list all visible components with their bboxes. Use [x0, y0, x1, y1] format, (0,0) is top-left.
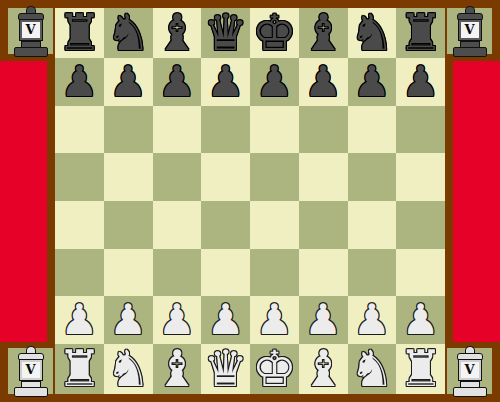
- square-h2[interactable]: ♟: [396, 296, 445, 344]
- square-h5[interactable]: [396, 153, 445, 201]
- piece-black-pawn[interactable]: ♟: [61, 61, 99, 103]
- square-h6[interactable]: [396, 106, 445, 154]
- square-d2[interactable]: ♟: [201, 296, 250, 344]
- square-c3[interactable]: [153, 249, 202, 297]
- square-d8[interactable]: ♛: [201, 8, 250, 58]
- corner-square-top-right[interactable]: V: [447, 8, 492, 54]
- square-a4[interactable]: [55, 201, 104, 249]
- square-a3[interactable]: [55, 249, 104, 297]
- square-d3[interactable]: [201, 249, 250, 297]
- square-e6[interactable]: [250, 106, 299, 154]
- board-frame: ♜♞♝♛♚♝♞♜♟♟♟♟♟♟♟♟♟♟♟♟♟♟♟♟♜♞♝♛♚♝♞♜ V V V V: [0, 0, 500, 402]
- square-b3[interactable]: [104, 249, 153, 297]
- square-d5[interactable]: [201, 153, 250, 201]
- piece-white-knight[interactable]: ♞: [349, 344, 394, 394]
- vizier-base2: [14, 387, 48, 397]
- square-h7[interactable]: ♟: [396, 58, 445, 106]
- square-e4[interactable]: [250, 201, 299, 249]
- square-g7[interactable]: ♟: [348, 58, 397, 106]
- square-b2[interactable]: ♟: [104, 296, 153, 344]
- square-b4[interactable]: [104, 201, 153, 249]
- square-g8[interactable]: ♞: [348, 8, 397, 58]
- square-c4[interactable]: [153, 201, 202, 249]
- piece-black-pawn[interactable]: ♟: [109, 61, 147, 103]
- square-a8[interactable]: ♜: [55, 8, 104, 58]
- square-e3[interactable]: [250, 249, 299, 297]
- square-e7[interactable]: ♟: [250, 58, 299, 106]
- vizier-letter: V: [464, 23, 474, 36]
- square-f3[interactable]: [299, 249, 348, 297]
- piece-white-knight[interactable]: ♞: [106, 344, 151, 394]
- vizier-window: V: [20, 20, 42, 40]
- red-panel-right: [453, 61, 500, 342]
- piece-white-vizier[interactable]: V: [12, 346, 50, 397]
- piece-white-pawn[interactable]: ♟: [109, 299, 147, 341]
- piece-black-knight[interactable]: ♞: [349, 8, 394, 58]
- square-g5[interactable]: [348, 153, 397, 201]
- square-b5[interactable]: [104, 153, 153, 201]
- square-a6[interactable]: [55, 106, 104, 154]
- corner-square-bottom-left[interactable]: V: [8, 348, 53, 394]
- corner-square-top-left[interactable]: V: [8, 8, 53, 54]
- square-d7[interactable]: ♟: [201, 58, 250, 106]
- piece-white-pawn[interactable]: ♟: [353, 299, 391, 341]
- piece-white-king[interactable]: ♚: [252, 344, 297, 394]
- square-f8[interactable]: ♝: [299, 8, 348, 58]
- square-f2[interactable]: ♟: [299, 296, 348, 344]
- square-e5[interactable]: [250, 153, 299, 201]
- piece-white-pawn[interactable]: ♟: [256, 299, 294, 341]
- square-h4[interactable]: [396, 201, 445, 249]
- square-e8[interactable]: ♚: [250, 8, 299, 58]
- square-h3[interactable]: [396, 249, 445, 297]
- piece-black-rook[interactable]: ♜: [398, 8, 443, 58]
- piece-white-rook[interactable]: ♜: [57, 344, 102, 394]
- piece-black-knight[interactable]: ♞: [106, 8, 151, 58]
- piece-white-queen[interactable]: ♛: [203, 344, 248, 394]
- vizier-base2: [453, 387, 487, 397]
- square-a5[interactable]: [55, 153, 104, 201]
- square-b7[interactable]: ♟: [104, 58, 153, 106]
- board: ♜♞♝♛♚♝♞♜♟♟♟♟♟♟♟♟♟♟♟♟♟♟♟♟♜♞♝♛♚♝♞♜: [55, 8, 445, 394]
- vizier-base2: [14, 47, 48, 57]
- square-f6[interactable]: [299, 106, 348, 154]
- square-f7[interactable]: ♟: [299, 58, 348, 106]
- square-g3[interactable]: [348, 249, 397, 297]
- piece-black-king[interactable]: ♚: [252, 8, 297, 58]
- square-g4[interactable]: [348, 201, 397, 249]
- piece-white-pawn[interactable]: ♟: [207, 299, 245, 341]
- piece-white-bishop[interactable]: ♝: [301, 344, 346, 394]
- square-f1[interactable]: ♝: [299, 344, 348, 394]
- vizier-base2: [453, 47, 487, 57]
- piece-black-queen[interactable]: ♛: [203, 8, 248, 58]
- square-h1[interactable]: ♜: [396, 344, 445, 394]
- square-a1[interactable]: ♜: [55, 344, 104, 394]
- piece-black-pawn[interactable]: ♟: [402, 61, 440, 103]
- square-d4[interactable]: [201, 201, 250, 249]
- square-d6[interactable]: [201, 106, 250, 154]
- piece-black-vizier[interactable]: V: [12, 6, 50, 57]
- piece-black-pawn[interactable]: ♟: [304, 61, 342, 103]
- piece-black-pawn[interactable]: ♟: [256, 61, 294, 103]
- piece-black-vizier[interactable]: V: [451, 6, 489, 57]
- square-c6[interactable]: [153, 106, 202, 154]
- corner-square-bottom-right[interactable]: V: [447, 348, 492, 394]
- piece-white-pawn[interactable]: ♟: [61, 299, 99, 341]
- piece-black-bishop[interactable]: ♝: [301, 8, 346, 58]
- square-c7[interactable]: ♟: [153, 58, 202, 106]
- piece-white-rook[interactable]: ♜: [398, 344, 443, 394]
- piece-black-bishop[interactable]: ♝: [154, 8, 199, 58]
- square-b1[interactable]: ♞: [104, 344, 153, 394]
- vizier-letter: V: [25, 23, 35, 36]
- square-b6[interactable]: [104, 106, 153, 154]
- vizier-letter: V: [464, 363, 474, 376]
- red-panel-left: [0, 61, 47, 342]
- piece-white-vizier[interactable]: V: [451, 346, 489, 397]
- square-c1[interactable]: ♝: [153, 344, 202, 394]
- piece-white-pawn[interactable]: ♟: [304, 299, 342, 341]
- square-g2[interactable]: ♟: [348, 296, 397, 344]
- square-a7[interactable]: ♟: [55, 58, 104, 106]
- piece-white-pawn[interactable]: ♟: [158, 299, 196, 341]
- square-h8[interactable]: ♜: [396, 8, 445, 58]
- square-c5[interactable]: [153, 153, 202, 201]
- square-c8[interactable]: ♝: [153, 8, 202, 58]
- vizier-window: V: [459, 20, 481, 40]
- square-g1[interactable]: ♞: [348, 344, 397, 394]
- square-c2[interactable]: ♟: [153, 296, 202, 344]
- piece-black-pawn[interactable]: ♟: [353, 61, 391, 103]
- piece-white-bishop[interactable]: ♝: [154, 344, 199, 394]
- piece-black-pawn[interactable]: ♟: [158, 61, 196, 103]
- square-a2[interactable]: ♟: [55, 296, 104, 344]
- square-d1[interactable]: ♛: [201, 344, 250, 394]
- piece-black-pawn[interactable]: ♟: [207, 61, 245, 103]
- square-e2[interactable]: ♟: [250, 296, 299, 344]
- square-e1[interactable]: ♚: [250, 344, 299, 394]
- vizier-letter: V: [25, 363, 35, 376]
- piece-white-pawn[interactable]: ♟: [402, 299, 440, 341]
- piece-black-rook[interactable]: ♜: [57, 8, 102, 58]
- vizier-window: V: [20, 360, 42, 380]
- square-f4[interactable]: [299, 201, 348, 249]
- vizier-window: V: [459, 360, 481, 380]
- square-f5[interactable]: [299, 153, 348, 201]
- square-g6[interactable]: [348, 106, 397, 154]
- square-b8[interactable]: ♞: [104, 8, 153, 58]
